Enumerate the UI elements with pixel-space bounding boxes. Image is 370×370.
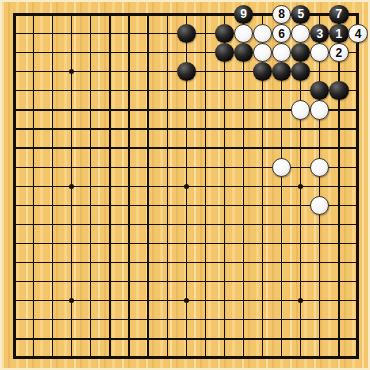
move-number-label: 2 — [336, 47, 343, 59]
board-line-vertical — [224, 14, 225, 359]
board-line-horizontal — [14, 262, 359, 263]
move-number-label: 4 — [355, 28, 362, 40]
white-stone[interactable] — [272, 158, 291, 177]
move-number-label: 5 — [297, 8, 304, 20]
star-point — [184, 298, 189, 303]
move-number-label: 7 — [336, 8, 343, 20]
white-stone-move-4[interactable]: 4 — [348, 24, 367, 43]
black-stone-move-1[interactable]: 1 — [329, 24, 348, 43]
board-line-vertical — [319, 14, 320, 359]
black-stone[interactable] — [215, 24, 234, 43]
white-stone[interactable] — [310, 158, 329, 177]
black-stone-move-9[interactable]: 9 — [234, 5, 253, 24]
board-line-vertical — [243, 14, 244, 359]
move-number-label: 8 — [278, 8, 285, 20]
board-line-horizontal — [14, 319, 359, 320]
board-line-horizontal — [14, 205, 359, 206]
board-line-vertical — [205, 14, 206, 359]
board-line-horizontal — [14, 243, 359, 244]
board-line-horizontal — [14, 338, 359, 339]
move-number-label: 6 — [278, 28, 285, 40]
board-line-vertical — [338, 14, 339, 359]
black-stone[interactable] — [329, 81, 348, 100]
go-board[interactable]: 985763142 — [0, 0, 370, 370]
star-point — [298, 184, 303, 189]
white-stone[interactable] — [310, 100, 329, 119]
white-stone[interactable] — [291, 100, 310, 119]
star-point — [69, 184, 74, 189]
board-line-horizontal — [14, 281, 359, 282]
black-stone[interactable] — [177, 62, 196, 81]
board-line-horizontal — [14, 224, 359, 225]
move-number-label: 3 — [316, 28, 323, 40]
white-stone-move-2[interactable]: 2 — [329, 43, 348, 62]
star-point — [184, 184, 189, 189]
black-stone-move-7[interactable]: 7 — [329, 5, 348, 24]
move-number-label: 9 — [240, 8, 247, 20]
black-stone[interactable] — [177, 24, 196, 43]
move-number-label: 1 — [336, 28, 343, 40]
